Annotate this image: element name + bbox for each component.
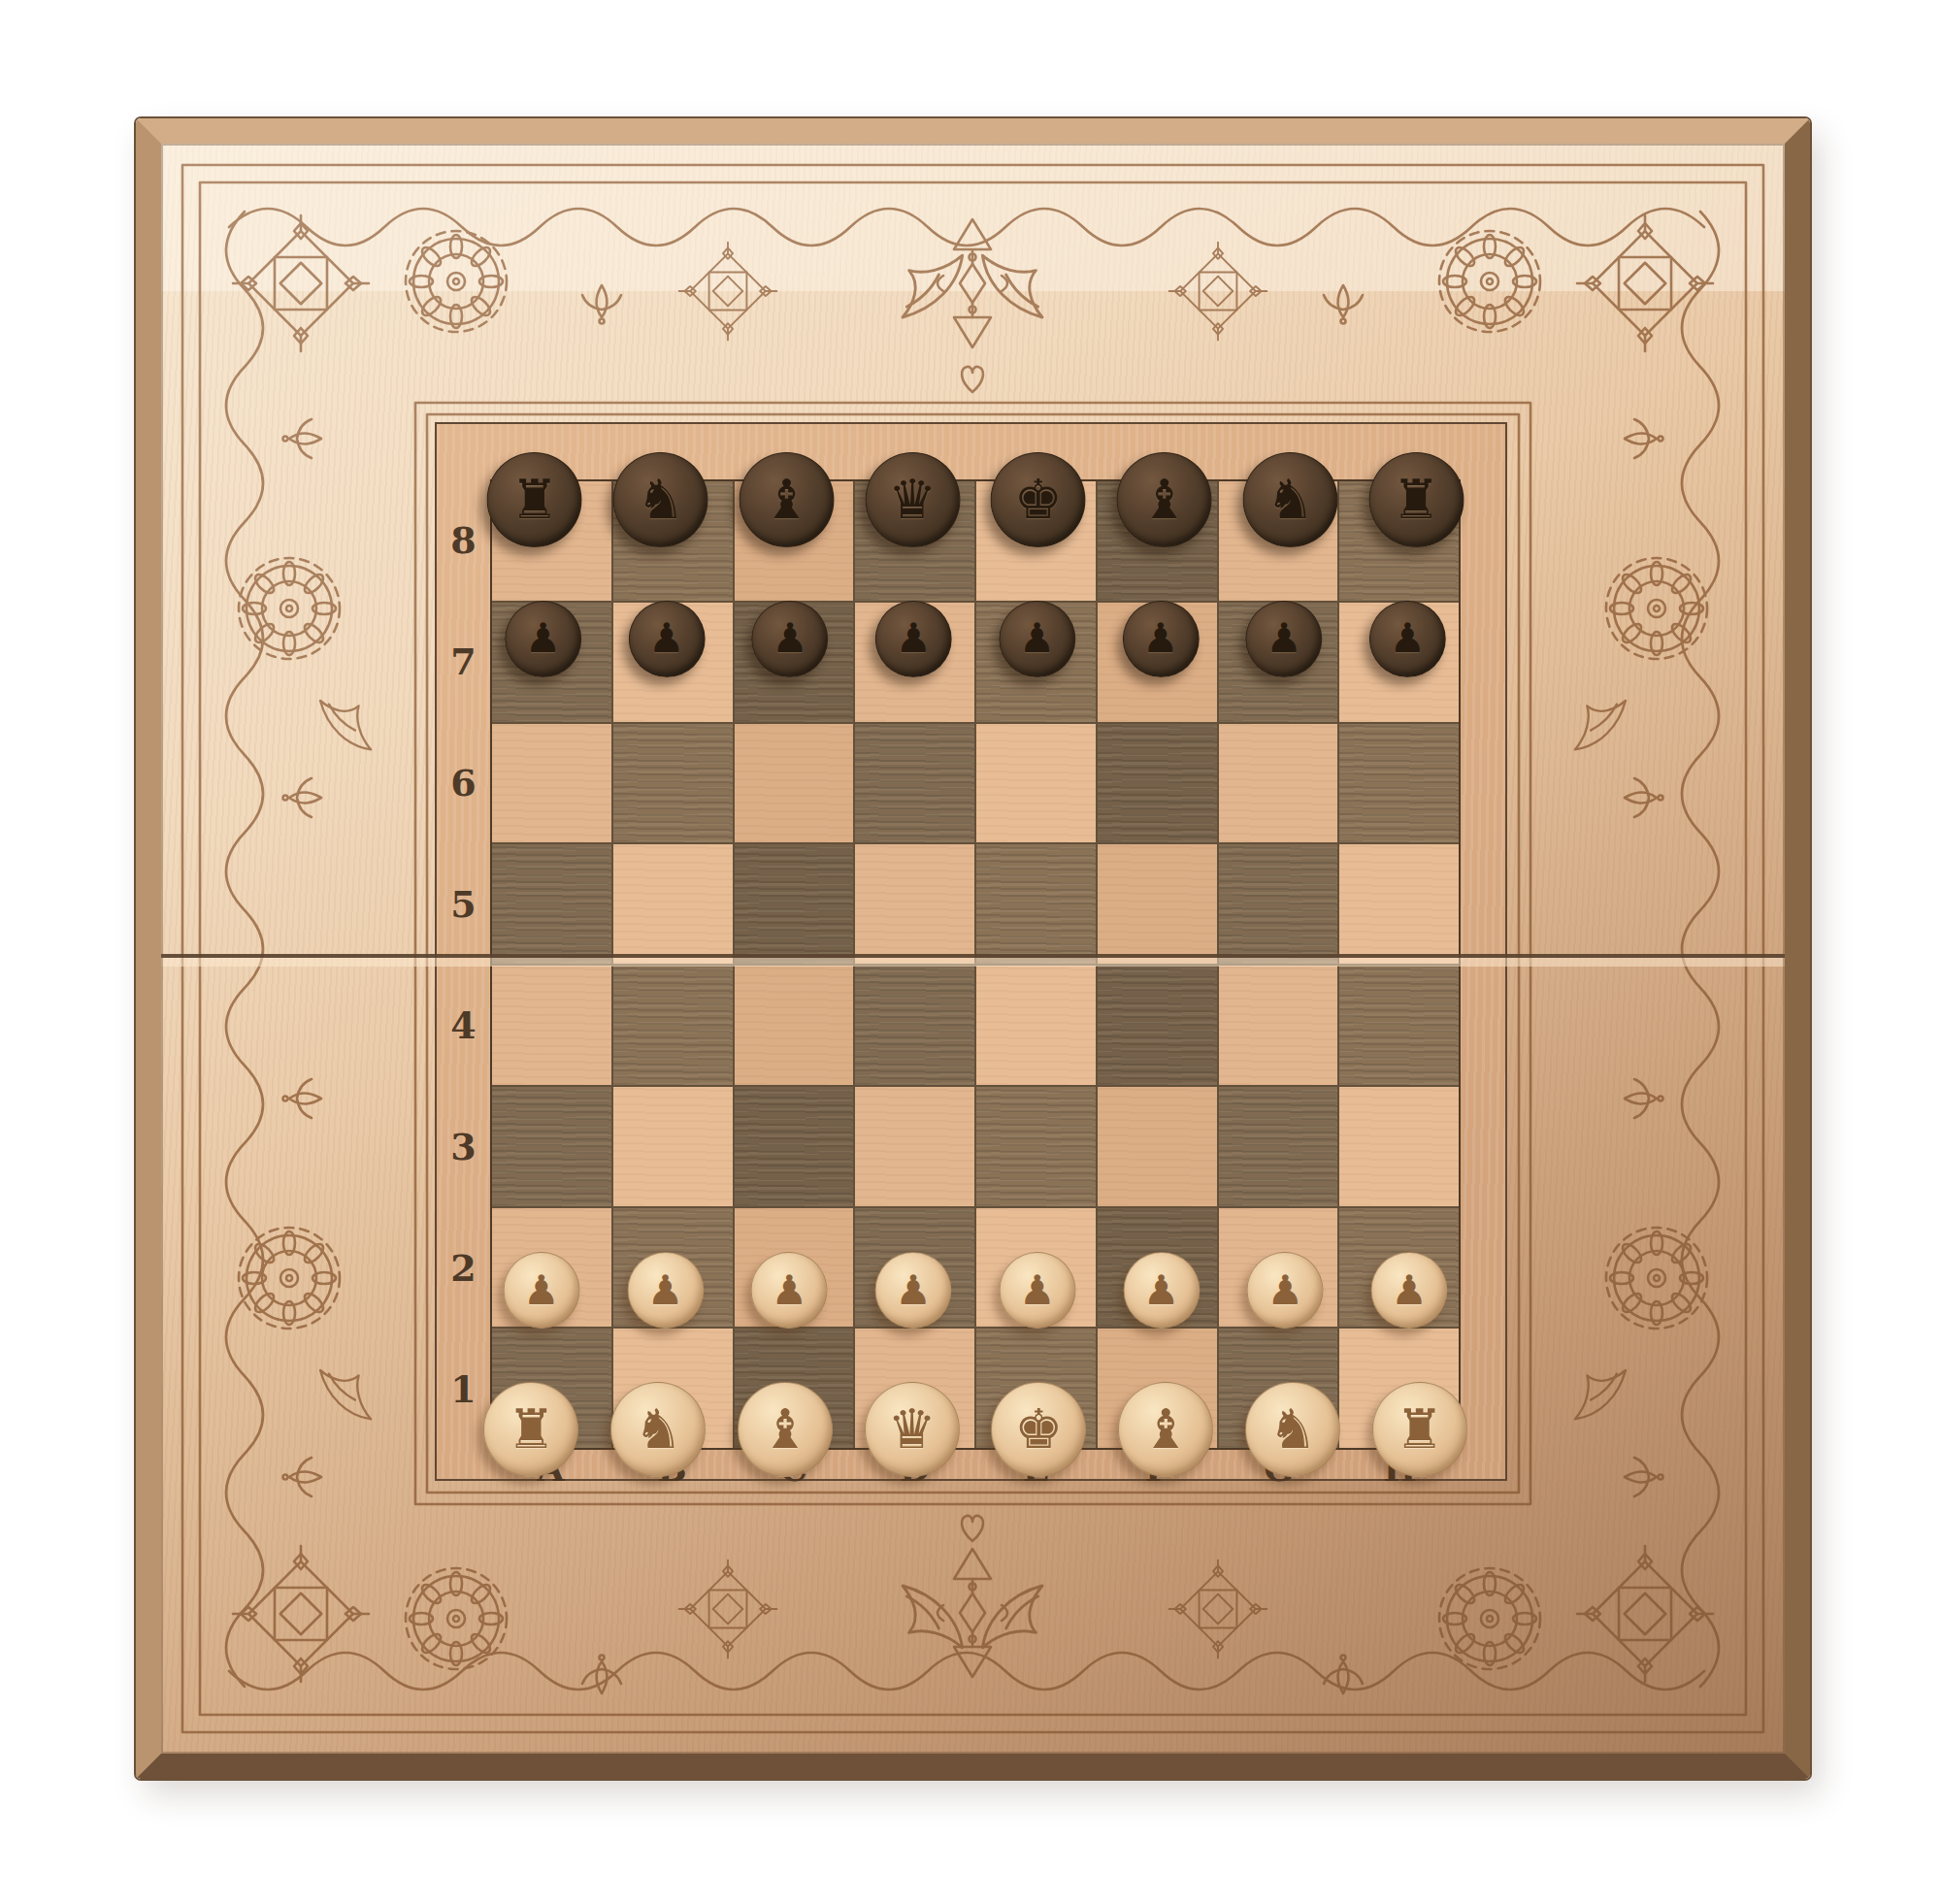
rank-label-4: 4: [437, 965, 490, 1086]
piece-light-pawn-f2[interactable]: ♟: [1102, 1231, 1221, 1351]
rank-label-5: 5: [437, 843, 490, 965]
piece-light-king-e1[interactable]: ♚: [979, 1369, 1099, 1489]
pawn-icon: ♟: [895, 618, 932, 659]
light-wood-piece-disc: ♟: [999, 1252, 1075, 1329]
square-d4[interactable]: [855, 966, 974, 1085]
pawn-icon: ♟: [523, 1270, 560, 1311]
queen-icon: ♛: [888, 1402, 937, 1457]
king-icon: ♚: [1014, 473, 1063, 527]
piece-light-knight-b1[interactable]: ♞: [599, 1369, 718, 1489]
light-wood-piece-disc: ♟: [503, 1252, 579, 1329]
rook-icon: ♜: [510, 473, 559, 527]
pawn-icon: ♟: [1390, 618, 1427, 659]
piece-dark-rook-h8[interactable]: ♜: [1357, 441, 1476, 560]
light-wood-piece-disc: ♜: [1372, 1382, 1467, 1477]
piece-dark-pawn-g7[interactable]: ♟: [1225, 579, 1344, 699]
pawn-icon: ♟: [1019, 618, 1056, 659]
square-a4[interactable]: [492, 966, 611, 1085]
bishop-icon: ♝: [1140, 473, 1189, 527]
piece-dark-rook-a8[interactable]: ♜: [476, 441, 595, 560]
piece-light-pawn-b2[interactable]: ♟: [606, 1231, 725, 1351]
knight-icon: ♞: [637, 473, 685, 527]
bishop-icon: ♝: [761, 1402, 809, 1457]
dark-wood-piece-disc: ♞: [1242, 452, 1337, 547]
chess-box: 87654321 ♜♞♝♛♚♝♞♜♟♟♟♟♟♟♟♟♟♟♟♟♟♟♟♟♜♞♝♛♚♝♞…: [136, 118, 1810, 1779]
dark-wood-piece-disc: ♜: [1368, 452, 1464, 547]
piece-dark-knight-g8[interactable]: ♞: [1231, 441, 1350, 560]
dark-wood-piece-disc: ♝: [1117, 452, 1212, 547]
piece-dark-bishop-c8[interactable]: ♝: [727, 441, 846, 560]
square-d7[interactable]: ♟: [855, 603, 974, 722]
square-e2[interactable]: ♟: [976, 1208, 1096, 1328]
light-wood-piece-disc: ♜: [483, 1382, 578, 1477]
square-f2[interactable]: ♟: [1098, 1208, 1217, 1328]
piece-dark-knight-b8[interactable]: ♞: [601, 441, 720, 560]
square-h7[interactable]: ♟: [1339, 603, 1459, 722]
dark-wood-piece-disc: ♟: [628, 601, 705, 677]
rank-label-3: 3: [437, 1086, 490, 1207]
piece-light-rook-a1[interactable]: ♜: [472, 1369, 591, 1489]
dark-wood-piece-disc: ♞: [613, 452, 708, 547]
dark-wood-piece-disc: ♛: [865, 452, 960, 547]
square-b7[interactable]: ♟: [613, 603, 733, 722]
pawn-icon: ♟: [772, 618, 808, 659]
square-b4[interactable]: [613, 966, 733, 1085]
square-d6[interactable]: [855, 724, 974, 843]
piece-light-bishop-f1[interactable]: ♝: [1106, 1369, 1226, 1489]
rook-icon: ♜: [1392, 473, 1440, 527]
square-a5[interactable]: [492, 844, 611, 964]
pawn-icon: ♟: [525, 618, 562, 659]
square-a7[interactable]: ♟: [492, 603, 611, 722]
chess-panel: 87654321 ♜♞♝♛♚♝♞♜♟♟♟♟♟♟♟♟♟♟♟♟♟♟♟♟♜♞♝♛♚♝♞…: [435, 422, 1507, 1481]
pawn-icon: ♟: [1391, 1270, 1428, 1311]
light-wood-piece-disc: ♟: [627, 1252, 704, 1329]
square-c2[interactable]: ♟: [735, 1208, 854, 1328]
square-f5[interactable]: [1098, 844, 1217, 964]
piece-dark-pawn-c7[interactable]: ♟: [731, 579, 850, 699]
square-d2[interactable]: ♟: [855, 1208, 974, 1328]
light-wood-piece-disc: ♟: [751, 1252, 828, 1329]
light-wood-piece-disc: ♟: [1371, 1252, 1448, 1329]
square-h6[interactable]: [1339, 724, 1459, 843]
square-a2[interactable]: ♟: [492, 1208, 611, 1328]
rank-label-7: 7: [437, 601, 490, 722]
knight-icon: ♞: [634, 1402, 682, 1457]
pawn-icon: ♟: [772, 1270, 808, 1311]
square-c3[interactable]: [735, 1087, 854, 1206]
square-b3[interactable]: [613, 1087, 733, 1206]
piece-dark-pawn-f7[interactable]: ♟: [1102, 579, 1221, 699]
square-f6[interactable]: [1098, 724, 1217, 843]
square-e7[interactable]: ♟: [976, 603, 1096, 722]
rook-icon: ♜: [1396, 1402, 1444, 1457]
piece-light-pawn-a2[interactable]: ♟: [482, 1231, 602, 1351]
square-f4[interactable]: [1098, 966, 1217, 1085]
square-b5[interactable]: [613, 844, 733, 964]
piece-dark-queen-d8[interactable]: ♛: [853, 441, 972, 560]
square-e4[interactable]: [976, 966, 1096, 1085]
pawn-icon: ♟: [1266, 618, 1302, 659]
square-f3[interactable]: [1098, 1087, 1217, 1206]
pawn-icon: ♟: [647, 1270, 684, 1311]
light-wood-piece-disc: ♟: [1247, 1252, 1324, 1329]
king-icon: ♚: [1014, 1402, 1063, 1457]
bishop-icon: ♝: [1141, 1402, 1190, 1457]
dark-wood-piece-disc: ♟: [1246, 601, 1323, 677]
piece-light-knight-g1[interactable]: ♞: [1234, 1369, 1353, 1489]
piece-dark-bishop-f8[interactable]: ♝: [1104, 441, 1224, 560]
square-g6[interactable]: [1219, 724, 1338, 843]
dark-wood-piece-disc: ♟: [875, 601, 952, 677]
piece-light-pawn-c2[interactable]: ♟: [730, 1231, 849, 1351]
dark-wood-piece-disc: ♟: [1122, 601, 1199, 677]
dark-wood-piece-disc: ♟: [752, 601, 829, 677]
light-wood-piece-disc: ♟: [875, 1252, 952, 1329]
light-wood-piece-disc: ♟: [1123, 1252, 1200, 1329]
square-h4[interactable]: [1339, 966, 1459, 1085]
square-c5[interactable]: [735, 844, 854, 964]
square-c4[interactable]: [735, 966, 854, 1085]
dark-wood-piece-disc: ♟: [1369, 601, 1446, 677]
square-a3[interactable]: [492, 1087, 611, 1206]
square-d3[interactable]: [855, 1087, 974, 1206]
piece-dark-king-e8[interactable]: ♚: [979, 441, 1099, 560]
pawn-icon: ♟: [1143, 1270, 1180, 1311]
piece-dark-pawn-d7[interactable]: ♟: [854, 579, 973, 699]
dark-wood-piece-disc: ♝: [739, 452, 834, 547]
pawn-icon: ♟: [1142, 618, 1179, 659]
dark-wood-piece-disc: ♟: [505, 601, 581, 677]
square-e3[interactable]: [976, 1087, 1096, 1206]
dark-wood-piece-disc: ♟: [999, 601, 1075, 677]
piece-light-pawn-h2[interactable]: ♟: [1350, 1231, 1469, 1351]
piece-light-rook-h1[interactable]: ♜: [1360, 1369, 1479, 1489]
square-d5[interactable]: [855, 844, 974, 964]
piece-light-bishop-c1[interactable]: ♝: [726, 1369, 845, 1489]
piece-light-pawn-d2[interactable]: ♟: [854, 1231, 973, 1351]
light-wood-piece-disc: ♚: [991, 1382, 1086, 1477]
photo-background: 87654321 ♜♞♝♛♚♝♞♜♟♟♟♟♟♟♟♟♟♟♟♟♟♟♟♟♜♞♝♛♚♝♞…: [0, 0, 1941, 1904]
piece-dark-pawn-a7[interactable]: ♟: [483, 579, 603, 699]
square-g2[interactable]: ♟: [1219, 1208, 1338, 1328]
light-wood-piece-disc: ♛: [865, 1382, 960, 1477]
square-f7[interactable]: ♟: [1098, 603, 1217, 722]
square-c7[interactable]: ♟: [735, 603, 854, 722]
square-g5[interactable]: [1219, 844, 1338, 964]
square-h5[interactable]: [1339, 844, 1459, 964]
piece-light-queen-d1[interactable]: ♛: [852, 1369, 971, 1489]
square-h3[interactable]: [1339, 1087, 1459, 1206]
pawn-icon: ♟: [1267, 1270, 1304, 1311]
square-e6[interactable]: [976, 724, 1096, 843]
bishop-icon: ♝: [762, 473, 810, 527]
square-b6[interactable]: [613, 724, 733, 843]
square-b2[interactable]: ♟: [613, 1208, 733, 1328]
pawn-icon: ♟: [895, 1270, 932, 1311]
rook-icon: ♜: [507, 1402, 555, 1457]
light-wood-piece-disc: ♝: [1118, 1382, 1213, 1477]
light-wood-piece-disc: ♞: [1245, 1382, 1340, 1477]
light-wood-piece-disc: ♝: [738, 1382, 833, 1477]
piece-dark-pawn-e7[interactable]: ♟: [977, 579, 1097, 699]
square-g7[interactable]: ♟: [1219, 603, 1338, 722]
dark-wood-piece-disc: ♜: [487, 452, 582, 547]
square-a6[interactable]: [492, 724, 611, 843]
dark-wood-piece-disc: ♚: [991, 452, 1086, 547]
knight-icon: ♞: [1268, 1402, 1317, 1457]
square-h2[interactable]: ♟: [1339, 1208, 1459, 1328]
square-e5[interactable]: [976, 844, 1096, 964]
piece-light-pawn-e2[interactable]: ♟: [978, 1231, 1098, 1351]
square-g4[interactable]: [1219, 966, 1338, 1085]
light-wood-piece-disc: ♞: [610, 1382, 706, 1477]
pawn-icon: ♟: [648, 618, 685, 659]
piece-light-pawn-g2[interactable]: ♟: [1226, 1231, 1345, 1351]
piece-dark-pawn-h7[interactable]: ♟: [1348, 579, 1467, 699]
piece-dark-pawn-b7[interactable]: ♟: [607, 579, 726, 699]
pawn-icon: ♟: [1019, 1270, 1056, 1311]
knight-icon: ♞: [1266, 473, 1314, 527]
square-g3[interactable]: [1219, 1087, 1338, 1206]
queen-icon: ♛: [888, 473, 937, 527]
fold-seam-highlight: [136, 958, 1810, 967]
rank-label-6: 6: [437, 722, 490, 843]
square-c6[interactable]: [735, 724, 854, 843]
